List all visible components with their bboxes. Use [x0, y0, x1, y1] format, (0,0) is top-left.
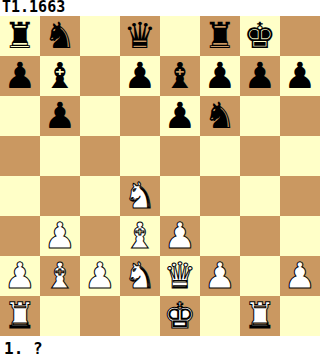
white-rook: ♜: [240, 296, 280, 336]
square-h3[interactable]: [280, 216, 320, 256]
square-a3[interactable]: [0, 216, 40, 256]
black-rook: ♜: [200, 16, 240, 56]
square-a4[interactable]: [0, 176, 40, 216]
white-knight: ♞: [120, 176, 160, 216]
black-pawn: ♟: [280, 56, 320, 96]
black-rook: ♜: [0, 16, 40, 56]
square-h7[interactable]: ♟: [280, 56, 320, 96]
square-h8[interactable]: [280, 16, 320, 56]
square-h5[interactable]: [280, 136, 320, 176]
square-b7[interactable]: ♝: [40, 56, 80, 96]
square-b6[interactable]: ♟: [40, 96, 80, 136]
square-d2[interactable]: ♞: [120, 256, 160, 296]
square-c1[interactable]: [80, 296, 120, 336]
square-a7[interactable]: ♟: [0, 56, 40, 96]
move-prompt: 1. ?: [0, 336, 320, 360]
square-b4[interactable]: [40, 176, 80, 216]
white-pawn: ♟: [0, 256, 40, 296]
square-c2[interactable]: ♟: [80, 256, 120, 296]
square-e6[interactable]: ♟: [160, 96, 200, 136]
square-d1[interactable]: [120, 296, 160, 336]
square-c8[interactable]: [80, 16, 120, 56]
square-g1[interactable]: ♜: [240, 296, 280, 336]
black-queen: ♛: [120, 16, 160, 56]
square-f4[interactable]: [200, 176, 240, 216]
square-c5[interactable]: [80, 136, 120, 176]
square-f3[interactable]: [200, 216, 240, 256]
square-d6[interactable]: [120, 96, 160, 136]
white-queen: ♛: [160, 256, 200, 296]
black-bishop: ♝: [160, 56, 200, 96]
black-king: ♚: [240, 16, 280, 56]
square-b8[interactable]: ♞: [40, 16, 80, 56]
square-e8[interactable]: [160, 16, 200, 56]
square-a6[interactable]: [0, 96, 40, 136]
square-e4[interactable]: [160, 176, 200, 216]
square-a5[interactable]: [0, 136, 40, 176]
square-f5[interactable]: [200, 136, 240, 176]
puzzle-title: T1.1663: [0, 0, 320, 16]
white-pawn: ♟: [280, 256, 320, 296]
square-f6[interactable]: ♞: [200, 96, 240, 136]
black-knight: ♞: [200, 96, 240, 136]
square-d3[interactable]: ♝: [120, 216, 160, 256]
square-g6[interactable]: [240, 96, 280, 136]
square-c6[interactable]: [80, 96, 120, 136]
square-d8[interactable]: ♛: [120, 16, 160, 56]
black-knight: ♞: [40, 16, 80, 56]
square-a2[interactable]: ♟: [0, 256, 40, 296]
square-e3[interactable]: ♟: [160, 216, 200, 256]
white-pawn: ♟: [80, 256, 120, 296]
square-d7[interactable]: ♟: [120, 56, 160, 96]
square-a1[interactable]: ♜: [0, 296, 40, 336]
square-c3[interactable]: [80, 216, 120, 256]
square-c4[interactable]: [80, 176, 120, 216]
square-d5[interactable]: [120, 136, 160, 176]
square-e5[interactable]: [160, 136, 200, 176]
square-h4[interactable]: [280, 176, 320, 216]
square-f8[interactable]: ♜: [200, 16, 240, 56]
white-pawn: ♟: [40, 216, 80, 256]
black-pawn: ♟: [0, 56, 40, 96]
black-pawn: ♟: [240, 56, 280, 96]
black-pawn: ♟: [200, 56, 240, 96]
square-b2[interactable]: ♝: [40, 256, 80, 296]
black-bishop: ♝: [40, 56, 80, 96]
white-pawn: ♟: [160, 216, 200, 256]
square-b1[interactable]: [40, 296, 80, 336]
white-rook: ♜: [0, 296, 40, 336]
square-c7[interactable]: [80, 56, 120, 96]
black-pawn: ♟: [160, 96, 200, 136]
square-f2[interactable]: ♟: [200, 256, 240, 296]
chess-puzzle-window: T1.1663 ♜♞♛♜♚♟♝♟♝♟♟♟♟♟♞♞♟♝♟♟♝♟♞♛♟♟♜♚♜ 1.…: [0, 0, 320, 360]
square-g3[interactable]: [240, 216, 280, 256]
black-pawn: ♟: [120, 56, 160, 96]
chess-board: ♜♞♛♜♚♟♝♟♝♟♟♟♟♟♞♞♟♝♟♟♝♟♞♛♟♟♜♚♜: [0, 16, 320, 336]
square-d4[interactable]: ♞: [120, 176, 160, 216]
square-e1[interactable]: ♚: [160, 296, 200, 336]
square-g5[interactable]: [240, 136, 280, 176]
white-bishop: ♝: [120, 216, 160, 256]
square-e7[interactable]: ♝: [160, 56, 200, 96]
square-h2[interactable]: ♟: [280, 256, 320, 296]
white-pawn: ♟: [200, 256, 240, 296]
white-knight: ♞: [120, 256, 160, 296]
square-b5[interactable]: [40, 136, 80, 176]
square-g8[interactable]: ♚: [240, 16, 280, 56]
square-e2[interactable]: ♛: [160, 256, 200, 296]
square-g2[interactable]: [240, 256, 280, 296]
square-h6[interactable]: [280, 96, 320, 136]
square-b3[interactable]: ♟: [40, 216, 80, 256]
square-g7[interactable]: ♟: [240, 56, 280, 96]
square-f1[interactable]: [200, 296, 240, 336]
square-a8[interactable]: ♜: [0, 16, 40, 56]
square-h1[interactable]: [280, 296, 320, 336]
square-f7[interactable]: ♟: [200, 56, 240, 96]
white-king: ♚: [160, 296, 200, 336]
square-g4[interactable]: [240, 176, 280, 216]
white-bishop: ♝: [40, 256, 80, 296]
black-pawn: ♟: [40, 96, 80, 136]
